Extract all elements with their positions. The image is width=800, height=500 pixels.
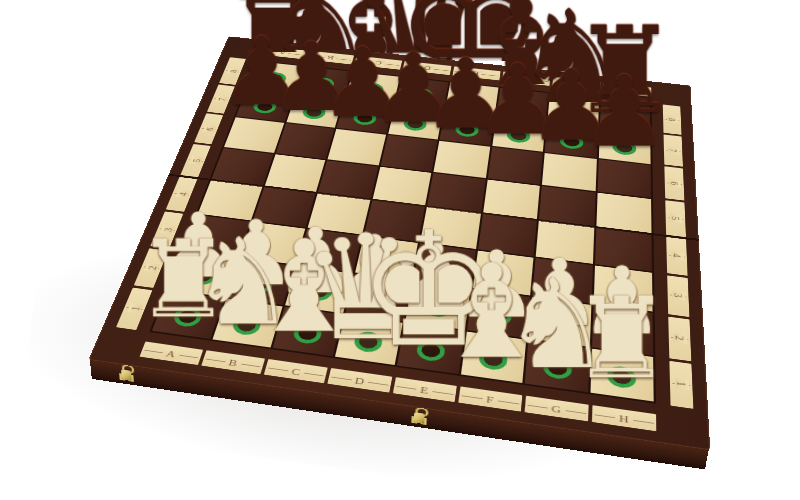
coordinate-label-4: 4 — [666, 237, 688, 276]
square-a5[interactable] — [211, 148, 273, 185]
coordinate-text: 3 — [671, 290, 685, 301]
square-d6[interactable] — [380, 135, 437, 172]
clasp-plate-icon — [414, 412, 425, 424]
square-a6[interactable] — [224, 117, 284, 152]
coordinate-label-b: B — [201, 350, 265, 374]
coordinate-label-f: F — [458, 386, 522, 411]
coordinate-label-d: D — [328, 368, 392, 393]
coordinate-label-h: H — [592, 405, 657, 431]
coordinate-text: 5 — [669, 214, 682, 223]
coordinate-text: 6 — [668, 179, 680, 188]
square-c6[interactable] — [328, 129, 386, 165]
coordinate-label-1: 1 — [669, 361, 693, 409]
coordinate-label-5: 5 — [180, 144, 210, 177]
coordinate-text: B — [224, 356, 243, 368]
coordinate-text: F — [482, 393, 498, 406]
coordinate-text: A — [162, 347, 181, 359]
coordinate-text: 6 — [202, 125, 216, 133]
square-b6[interactable] — [276, 123, 335, 159]
square-h6[interactable] — [597, 159, 651, 197]
coordinate-label-e: E — [392, 377, 456, 402]
coordinate-label-6: 6 — [194, 113, 223, 144]
square-e6[interactable] — [434, 141, 490, 178]
photo-canvas: ABCDEFGH ABCDEFGH 87654321 87654321 ♜♞♝♛… — [0, 0, 800, 500]
square-f6[interactable] — [487, 147, 542, 184]
coordinate-label-c: C — [264, 359, 328, 383]
coordinate-text: C — [287, 365, 305, 377]
square-h1[interactable]: ♜ — [590, 348, 654, 401]
coordinate-label-g: G — [524, 396, 588, 422]
square-g6[interactable] — [542, 153, 596, 191]
chess-board: ABCDEFGH ABCDEFGH 87654321 87654321 ♜♞♝♛… — [88, 36, 710, 450]
coordinate-label-2: 2 — [668, 316, 691, 361]
coordinate-text: G — [548, 402, 566, 415]
square-h7[interactable]: ♟ — [598, 128, 650, 164]
coordinate-text: 1 — [674, 378, 689, 390]
coordinate-text: 5 — [189, 156, 203, 164]
square-g5[interactable] — [539, 186, 595, 226]
scene: ABCDEFGH ABCDEFGH 87654321 87654321 ♜♞♝♛… — [0, 0, 800, 500]
coordinate-label-5: 5 — [665, 200, 686, 237]
square-h5[interactable] — [596, 192, 652, 233]
board-right-face — [687, 86, 709, 469]
coordinate-text: 7 — [667, 146, 679, 154]
piece-black-pawn-h7[interactable]: ♟ — [580, 66, 668, 157]
piece-white-rook-h1[interactable]: ♜ — [572, 288, 672, 391]
coordinate-text: D — [351, 374, 370, 386]
coordinate-label-6: 6 — [664, 166, 684, 200]
coordinate-text: 2 — [673, 333, 687, 344]
clasp-plate-icon — [120, 369, 131, 380]
coordinate-text: 4 — [670, 251, 683, 261]
brass-clasp-icon — [119, 366, 133, 382]
coordinate-text: E — [416, 383, 433, 395]
coordinate-label-a: A — [139, 342, 203, 366]
brass-clasp-icon — [413, 409, 428, 425]
coordinate-text: H — [615, 412, 633, 425]
